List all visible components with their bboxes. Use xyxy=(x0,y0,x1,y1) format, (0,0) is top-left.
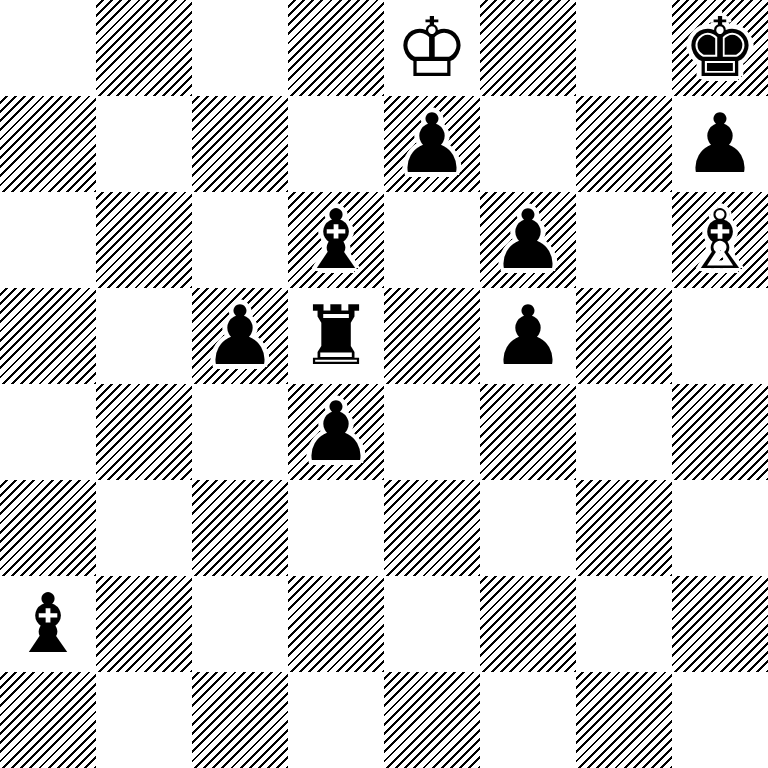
square-d8[interactable] xyxy=(288,0,384,96)
square-e6[interactable] xyxy=(384,192,480,288)
piece-black-pawn: ♟ xyxy=(683,96,757,192)
square-g7[interactable] xyxy=(576,96,672,192)
square-c8[interactable] xyxy=(192,0,288,96)
square-f2[interactable] xyxy=(480,576,576,672)
piece-black-rook: ♜ xyxy=(299,288,373,384)
piece-black-pawn: ♟ xyxy=(395,96,469,192)
square-b5[interactable] xyxy=(96,288,192,384)
square-g8[interactable] xyxy=(576,0,672,96)
square-a5[interactable] xyxy=(0,288,96,384)
square-h7[interactable]: ♟ xyxy=(672,96,768,192)
square-g6[interactable] xyxy=(576,192,672,288)
square-c3[interactable] xyxy=(192,480,288,576)
square-h5[interactable] xyxy=(672,288,768,384)
square-g1[interactable] xyxy=(576,672,672,768)
square-g3[interactable] xyxy=(576,480,672,576)
square-h1[interactable] xyxy=(672,672,768,768)
square-f5[interactable]: ♟ xyxy=(480,288,576,384)
square-g4[interactable] xyxy=(576,384,672,480)
square-c5[interactable]: ♟ xyxy=(192,288,288,384)
square-h6[interactable]: ♗ xyxy=(672,192,768,288)
square-b1[interactable] xyxy=(96,672,192,768)
square-f3[interactable] xyxy=(480,480,576,576)
square-c7[interactable] xyxy=(192,96,288,192)
square-c1[interactable] xyxy=(192,672,288,768)
square-e2[interactable] xyxy=(384,576,480,672)
piece-black-bishop: ♝ xyxy=(299,192,373,288)
square-b7[interactable] xyxy=(96,96,192,192)
square-d4[interactable]: ♟ xyxy=(288,384,384,480)
square-b6[interactable] xyxy=(96,192,192,288)
square-f7[interactable] xyxy=(480,96,576,192)
chess-board: ♔♚♟♟♝♟♗♟♜♟♟♝ xyxy=(0,0,768,768)
square-b2[interactable] xyxy=(96,576,192,672)
piece-black-bishop: ♝ xyxy=(11,576,85,672)
square-a4[interactable] xyxy=(0,384,96,480)
piece-black-pawn: ♟ xyxy=(491,288,565,384)
square-h2[interactable] xyxy=(672,576,768,672)
square-d6[interactable]: ♝ xyxy=(288,192,384,288)
square-e8[interactable]: ♔ xyxy=(384,0,480,96)
square-d3[interactable] xyxy=(288,480,384,576)
square-e4[interactable] xyxy=(384,384,480,480)
square-h8[interactable]: ♚ xyxy=(672,0,768,96)
square-a2[interactable]: ♝ xyxy=(0,576,96,672)
square-b8[interactable] xyxy=(96,0,192,96)
square-a3[interactable] xyxy=(0,480,96,576)
square-a6[interactable] xyxy=(0,192,96,288)
piece-white-king: ♔ xyxy=(395,0,469,96)
square-f6[interactable]: ♟ xyxy=(480,192,576,288)
square-g5[interactable] xyxy=(576,288,672,384)
square-h3[interactable] xyxy=(672,480,768,576)
square-c4[interactable] xyxy=(192,384,288,480)
piece-black-pawn: ♟ xyxy=(299,384,373,480)
square-e5[interactable] xyxy=(384,288,480,384)
square-h4[interactable] xyxy=(672,384,768,480)
square-b4[interactable] xyxy=(96,384,192,480)
square-e1[interactable] xyxy=(384,672,480,768)
square-f4[interactable] xyxy=(480,384,576,480)
square-d1[interactable] xyxy=(288,672,384,768)
square-d5[interactable]: ♜ xyxy=(288,288,384,384)
piece-black-king: ♚ xyxy=(683,0,757,96)
square-f8[interactable] xyxy=(480,0,576,96)
piece-white-bishop: ♗ xyxy=(683,192,757,288)
square-b3[interactable] xyxy=(96,480,192,576)
square-d2[interactable] xyxy=(288,576,384,672)
square-c6[interactable] xyxy=(192,192,288,288)
square-a7[interactable] xyxy=(0,96,96,192)
square-c2[interactable] xyxy=(192,576,288,672)
piece-black-pawn: ♟ xyxy=(491,192,565,288)
piece-black-pawn: ♟ xyxy=(203,288,277,384)
square-a1[interactable] xyxy=(0,672,96,768)
square-e7[interactable]: ♟ xyxy=(384,96,480,192)
square-e3[interactable] xyxy=(384,480,480,576)
square-d7[interactable] xyxy=(288,96,384,192)
square-f1[interactable] xyxy=(480,672,576,768)
square-a8[interactable] xyxy=(0,0,96,96)
square-g2[interactable] xyxy=(576,576,672,672)
